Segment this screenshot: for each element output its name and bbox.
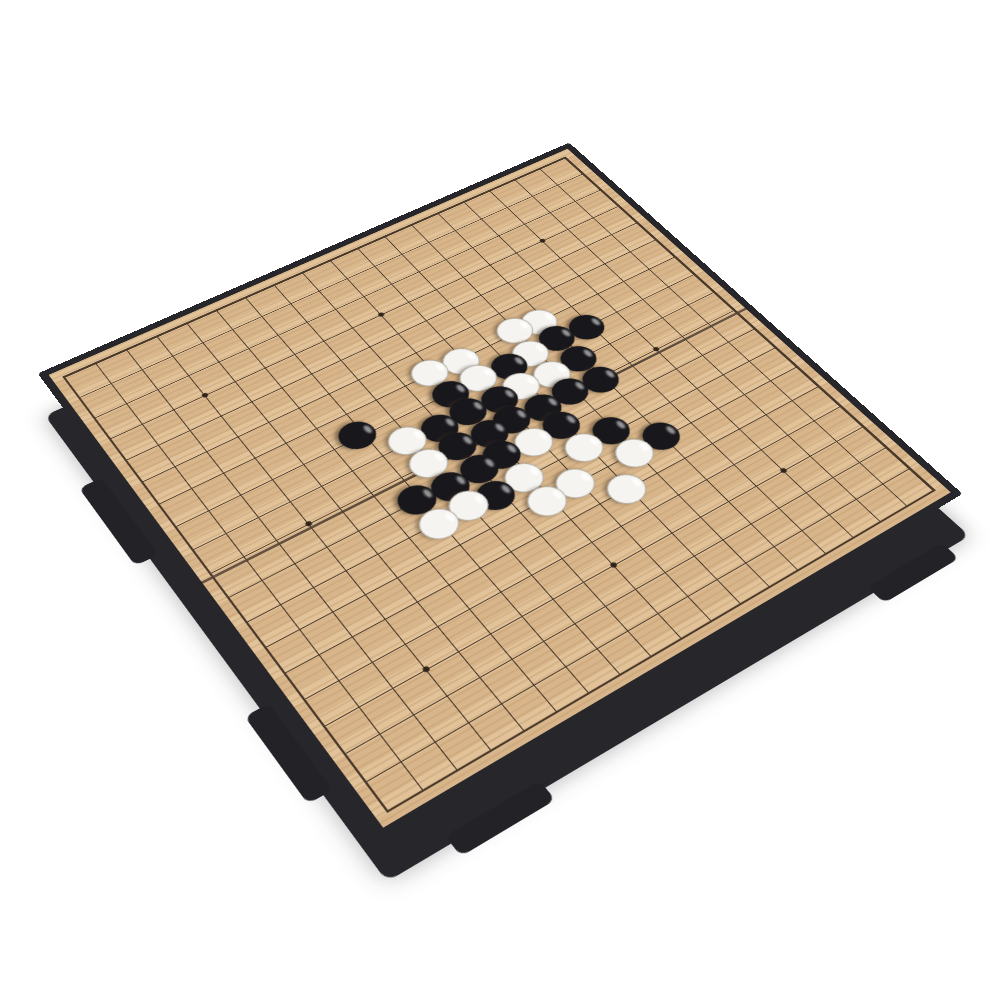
goban-grid: ●●●●●●●●●●●●●●●●●●●●●●●●●●●●●●●●●●●●●●●●…	[62, 156, 936, 812]
star-point	[539, 238, 547, 243]
white-stone-glyph: ●	[603, 466, 658, 508]
stone-black: ●	[337, 416, 385, 451]
board-foot	[445, 780, 555, 856]
star-point	[609, 562, 618, 569]
star-point	[377, 312, 385, 318]
wood-surface: ●●●●●●●●●●●●●●●●●●●●●●●●●●●●●●●●●●●●●●●●…	[49, 149, 951, 828]
stone-white: ●	[606, 469, 656, 506]
star-point	[779, 467, 788, 473]
star-point	[201, 392, 209, 398]
black-stone-glyph: ●	[335, 413, 387, 453]
board-foot	[867, 543, 959, 603]
star-point	[421, 665, 430, 673]
goban-board: ●●●●●●●●●●●●●●●●●●●●●●●●●●●●●●●●●●●●●●●●…	[38, 143, 963, 840]
product-photo-scene: ●●●●●●●●●●●●●●●●●●●●●●●●●●●●●●●●●●●●●●●●…	[0, 0, 1001, 1001]
